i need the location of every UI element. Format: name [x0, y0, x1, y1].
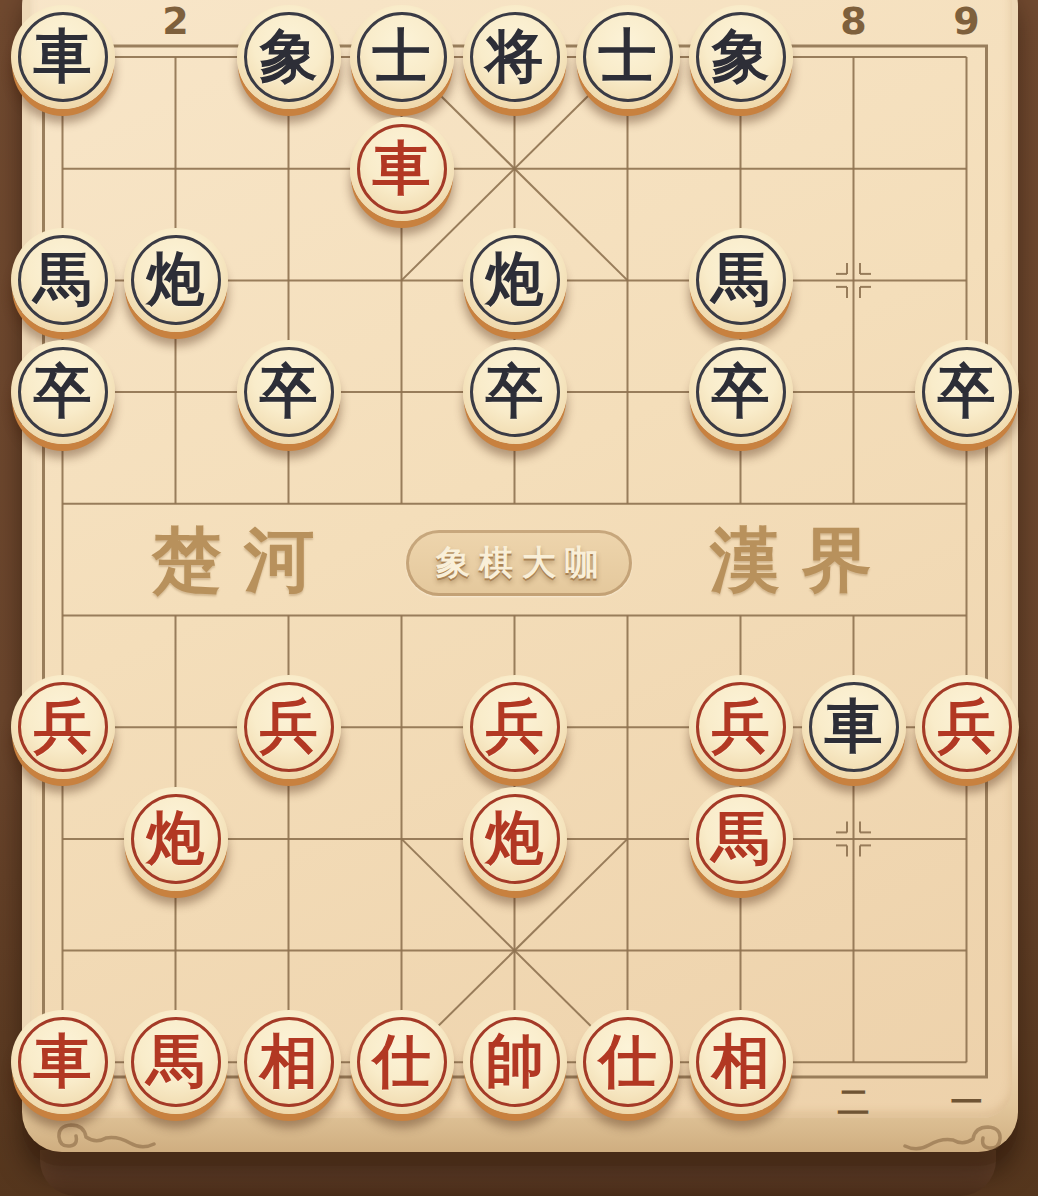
piece-glyph: 仕 [599, 1033, 657, 1091]
piece-black-general[interactable]: 将 [463, 5, 567, 109]
piece-red-general[interactable]: 帥 [463, 1010, 567, 1114]
piece-black-soldier[interactable]: 卒 [11, 340, 115, 444]
piece-glyph: 帥 [486, 1033, 544, 1091]
piece-red-elephant[interactable]: 相 [689, 1010, 793, 1114]
column-label-top-9: 9 [953, 2, 979, 40]
piece-glyph: 卒 [260, 363, 318, 421]
column-label-bottom-一: 一 [951, 1086, 983, 1118]
piece-black-advisor[interactable]: 士 [576, 5, 680, 109]
app-logo-badge: 象棋大咖 [406, 530, 632, 596]
piece-glyph: 馬 [712, 251, 770, 309]
piece-red-advisor[interactable]: 仕 [576, 1010, 680, 1114]
piece-red-soldier[interactable]: 兵 [689, 675, 793, 779]
piece-glyph: 相 [712, 1033, 770, 1091]
piece-black-horse[interactable]: 馬 [11, 228, 115, 332]
column-label-top-8: 8 [840, 2, 866, 40]
xiangqi-app: 289 二一 楚河 漢界 象棋大咖 車象士将士象車馬炮炮馬卒卒卒卒卒兵兵兵兵車兵… [0, 0, 1038, 1196]
piece-glyph: 卒 [34, 363, 92, 421]
piece-black-elephant[interactable]: 象 [237, 5, 341, 109]
piece-glyph: 炮 [486, 251, 544, 309]
piece-glyph: 車 [34, 1033, 92, 1091]
piece-black-elephant[interactable]: 象 [689, 5, 793, 109]
piece-black-cannon[interactable]: 炮 [124, 228, 228, 332]
piece-glyph: 兵 [34, 698, 92, 756]
piece-glyph: 象 [260, 28, 318, 86]
piece-glyph: 車 [373, 140, 431, 198]
piece-glyph: 車 [825, 698, 883, 756]
piece-glyph: 炮 [147, 810, 205, 868]
cloud-scroll-decoration-left [46, 1118, 156, 1154]
piece-black-soldier[interactable]: 卒 [237, 340, 341, 444]
piece-glyph: 卒 [486, 363, 544, 421]
piece-glyph: 仕 [373, 1033, 431, 1091]
column-label-bottom-二: 二 [838, 1086, 870, 1118]
board-base [40, 1150, 996, 1196]
river-label-han: 漢界 [710, 522, 894, 599]
piece-red-chariot[interactable]: 車 [11, 1010, 115, 1114]
piece-glyph: 将 [486, 28, 544, 86]
piece-red-elephant[interactable]: 相 [237, 1010, 341, 1114]
piece-black-soldier[interactable]: 卒 [915, 340, 1019, 444]
piece-glyph: 兵 [938, 698, 996, 756]
piece-glyph: 車 [34, 28, 92, 86]
piece-red-horse[interactable]: 馬 [124, 1010, 228, 1114]
piece-red-soldier[interactable]: 兵 [463, 675, 567, 779]
piece-glyph: 兵 [712, 698, 770, 756]
piece-red-cannon[interactable]: 炮 [463, 787, 567, 891]
piece-black-chariot[interactable]: 車 [802, 675, 906, 779]
piece-glyph: 士 [599, 28, 657, 86]
piece-black-soldier[interactable]: 卒 [689, 340, 793, 444]
piece-glyph: 卒 [712, 363, 770, 421]
piece-glyph: 炮 [486, 810, 544, 868]
piece-glyph: 馬 [147, 1033, 205, 1091]
piece-red-advisor[interactable]: 仕 [350, 1010, 454, 1114]
piece-glyph: 相 [260, 1033, 318, 1091]
piece-glyph: 炮 [147, 251, 205, 309]
piece-red-horse[interactable]: 馬 [689, 787, 793, 891]
piece-black-soldier[interactable]: 卒 [463, 340, 567, 444]
piece-red-cannon[interactable]: 炮 [124, 787, 228, 891]
piece-red-soldier[interactable]: 兵 [11, 675, 115, 779]
piece-red-soldier[interactable]: 兵 [915, 675, 1019, 779]
piece-black-cannon[interactable]: 炮 [463, 228, 567, 332]
piece-glyph: 馬 [34, 251, 92, 309]
app-logo-text: 象棋大咖 [430, 546, 608, 580]
piece-black-chariot[interactable]: 車 [11, 5, 115, 109]
piece-glyph: 卒 [938, 363, 996, 421]
piece-black-horse[interactable]: 馬 [689, 228, 793, 332]
cloud-scroll-decoration-right [903, 1120, 1013, 1156]
piece-glyph: 馬 [712, 810, 770, 868]
piece-glyph: 兵 [486, 698, 544, 756]
piece-glyph: 士 [373, 28, 431, 86]
river-label-chu: 楚河 [152, 522, 336, 599]
column-label-top-2: 2 [162, 2, 188, 40]
piece-red-soldier[interactable]: 兵 [237, 675, 341, 779]
piece-black-advisor[interactable]: 士 [350, 5, 454, 109]
piece-glyph: 象 [712, 28, 770, 86]
piece-red-chariot[interactable]: 車 [350, 117, 454, 221]
piece-glyph: 兵 [260, 698, 318, 756]
